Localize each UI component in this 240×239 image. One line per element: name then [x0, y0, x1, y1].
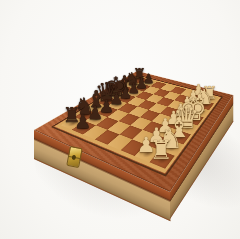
piece-white-rook[interactable]: ♜ [149, 137, 172, 163]
chess-set-photo: ♜♞♝♛♚♝♞♜♟♟♟♟♟♟♟♟♟♟♟♟♟♟♟♟♜♞♝♛♚♝♞♜ [0, 0, 240, 239]
piece-black-pawn[interactable]: ♟ [74, 112, 91, 131]
clasp-keyhole [71, 155, 76, 161]
